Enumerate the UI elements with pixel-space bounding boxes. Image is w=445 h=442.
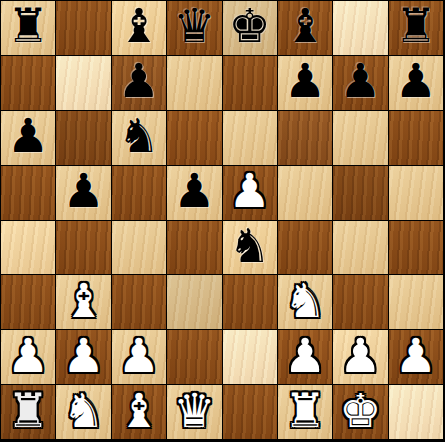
square-g7[interactable]: ♟: [333, 56, 387, 110]
square-g6[interactable]: [333, 111, 387, 165]
square-h6[interactable]: [389, 111, 443, 165]
square-g2[interactable]: ♟: [333, 330, 387, 384]
square-a7[interactable]: [1, 56, 55, 110]
white-pawn-piece: ♟: [284, 332, 326, 379]
square-a8[interactable]: ♜: [1, 1, 55, 55]
square-g8[interactable]: [333, 1, 387, 55]
square-c2[interactable]: ♟: [112, 330, 166, 384]
square-h5[interactable]: [389, 166, 443, 220]
square-d1[interactable]: ♛: [167, 385, 221, 439]
black-rook-piece: ♜: [395, 2, 437, 49]
black-pawn-piece: ♟: [62, 167, 104, 214]
square-b2[interactable]: ♟: [56, 330, 110, 384]
white-pawn-piece: ♟: [339, 332, 381, 379]
white-rook-piece: ♜: [7, 387, 49, 434]
chess-board: ♜♝♛♚♝♜♟♟♟♟♟♞♟♟♟♞♝♞♟♟♟♟♟♟♜♞♝♛♜♚: [1, 1, 443, 439]
square-d3[interactable]: [167, 275, 221, 329]
square-e4[interactable]: ♞: [223, 221, 277, 275]
square-e1[interactable]: [223, 385, 277, 439]
square-d4[interactable]: [167, 221, 221, 275]
square-g3[interactable]: [333, 275, 387, 329]
square-a5[interactable]: [1, 166, 55, 220]
black-pawn-piece: ♟: [395, 57, 437, 104]
square-e7[interactable]: [223, 56, 277, 110]
white-pawn-piece: ♟: [7, 332, 49, 379]
square-f7[interactable]: ♟: [278, 56, 332, 110]
square-a3[interactable]: [1, 275, 55, 329]
square-f8[interactable]: ♝: [278, 1, 332, 55]
black-bishop-piece: ♝: [284, 2, 326, 49]
square-b6[interactable]: [56, 111, 110, 165]
square-e6[interactable]: [223, 111, 277, 165]
black-queen-piece: ♛: [173, 2, 215, 49]
square-a2[interactable]: ♟: [1, 330, 55, 384]
black-knight-piece: ♞: [118, 112, 160, 159]
white-pawn-piece: ♟: [118, 332, 160, 379]
black-pawn-piece: ♟: [339, 57, 381, 104]
square-f3[interactable]: ♞: [278, 275, 332, 329]
black-pawn-piece: ♟: [173, 167, 215, 214]
square-h4[interactable]: [389, 221, 443, 275]
square-f2[interactable]: ♟: [278, 330, 332, 384]
square-d8[interactable]: ♛: [167, 1, 221, 55]
white-pawn-piece: ♟: [229, 167, 271, 214]
square-b1[interactable]: ♞: [56, 385, 110, 439]
square-e2[interactable]: [223, 330, 277, 384]
square-c6[interactable]: ♞: [112, 111, 166, 165]
square-d2[interactable]: [167, 330, 221, 384]
square-b3[interactable]: ♝: [56, 275, 110, 329]
square-c1[interactable]: ♝: [112, 385, 166, 439]
square-f6[interactable]: [278, 111, 332, 165]
square-f1[interactable]: ♜: [278, 385, 332, 439]
black-king-piece: ♚: [229, 2, 271, 49]
white-knight-piece: ♞: [284, 277, 326, 324]
white-bishop-piece: ♝: [62, 277, 104, 324]
square-e8[interactable]: ♚: [223, 1, 277, 55]
square-g4[interactable]: [333, 221, 387, 275]
black-pawn-piece: ♟: [284, 57, 326, 104]
white-king-piece: ♚: [339, 387, 381, 434]
square-c7[interactable]: ♟: [112, 56, 166, 110]
white-pawn-piece: ♟: [62, 332, 104, 379]
square-f4[interactable]: [278, 221, 332, 275]
black-rook-piece: ♜: [7, 2, 49, 49]
black-pawn-piece: ♟: [118, 57, 160, 104]
square-d7[interactable]: [167, 56, 221, 110]
square-h2[interactable]: ♟: [389, 330, 443, 384]
black-pawn-piece: ♟: [7, 112, 49, 159]
square-h7[interactable]: ♟: [389, 56, 443, 110]
square-a1[interactable]: ♜: [1, 385, 55, 439]
black-bishop-piece: ♝: [118, 2, 160, 49]
board-frame: ♜♝♛♚♝♜♟♟♟♟♟♞♟♟♟♞♝♞♟♟♟♟♟♟♜♞♝♛♜♚: [0, 0, 445, 442]
square-g1[interactable]: ♚: [333, 385, 387, 439]
square-e5[interactable]: ♟: [223, 166, 277, 220]
white-queen-piece: ♛: [173, 387, 215, 434]
white-rook-piece: ♜: [284, 387, 326, 434]
square-c8[interactable]: ♝: [112, 1, 166, 55]
square-d5[interactable]: ♟: [167, 166, 221, 220]
square-e3[interactable]: [223, 275, 277, 329]
square-c5[interactable]: [112, 166, 166, 220]
square-a6[interactable]: ♟: [1, 111, 55, 165]
square-h1[interactable]: [389, 385, 443, 439]
square-a4[interactable]: [1, 221, 55, 275]
black-knight-piece: ♞: [229, 222, 271, 269]
square-c4[interactable]: [112, 221, 166, 275]
square-h8[interactable]: ♜: [389, 1, 443, 55]
square-d6[interactable]: [167, 111, 221, 165]
square-f5[interactable]: [278, 166, 332, 220]
white-pawn-piece: ♟: [395, 332, 437, 379]
square-h3[interactable]: [389, 275, 443, 329]
square-b4[interactable]: [56, 221, 110, 275]
white-bishop-piece: ♝: [118, 387, 160, 434]
square-b8[interactable]: [56, 1, 110, 55]
square-b7[interactable]: [56, 56, 110, 110]
square-b5[interactable]: ♟: [56, 166, 110, 220]
square-g5[interactable]: [333, 166, 387, 220]
square-c3[interactable]: [112, 275, 166, 329]
white-knight-piece: ♞: [62, 387, 104, 434]
